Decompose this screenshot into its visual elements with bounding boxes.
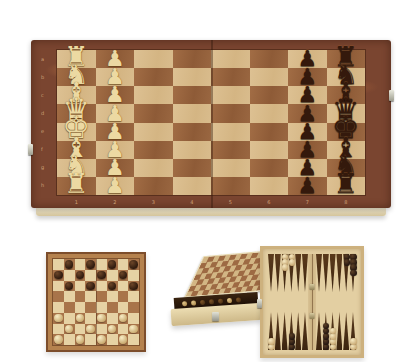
coordinate-label: g: [41, 165, 44, 170]
checkers-square: [64, 334, 75, 345]
dark-piece-top: [218, 298, 223, 303]
dark-backgammon-checker: [323, 323, 329, 329]
chess-square: ♟: [96, 68, 135, 86]
clasp-icon: [212, 312, 219, 321]
dark-checker: [119, 271, 127, 279]
coordinate-label: b: [41, 75, 44, 80]
backgammon-bar: [308, 254, 316, 350]
checkers-square: [64, 281, 75, 292]
dark-piece-top: [236, 297, 241, 302]
checkers-square: [85, 281, 96, 292]
black-pawn: ♟: [297, 103, 317, 125]
black-pawn: ♟: [297, 175, 317, 197]
light-backgammon-checker: [268, 338, 274, 344]
checkers-square: [128, 291, 139, 302]
coordinate-label: 1: [75, 200, 78, 205]
chess-square: ♞: [57, 68, 96, 86]
chess-square: [211, 177, 250, 195]
chess-square: ♜: [327, 177, 366, 195]
black-pawn: ♟: [297, 66, 317, 88]
coordinate-label: f: [41, 147, 44, 152]
dark-backgammon-checker: [323, 333, 329, 339]
chess-square: [173, 177, 212, 195]
dark-checker: [86, 260, 94, 268]
chess-square: [250, 50, 289, 68]
checkers-square: [107, 313, 118, 324]
checkers-square: [64, 324, 75, 335]
light-checker: [54, 335, 62, 343]
backgammon-point: [275, 254, 281, 292]
checkers-square: [107, 291, 118, 302]
checkers-square: [96, 270, 107, 281]
coordinate-label: 5: [229, 200, 232, 205]
white-rook: ♜: [64, 43, 88, 70]
light-piece-top: [182, 301, 187, 306]
chess-square: [211, 86, 250, 104]
chess-square: [250, 159, 289, 177]
chess-square: [134, 68, 173, 86]
coordinate-label: a: [41, 57, 44, 62]
dark-checker: [65, 260, 73, 268]
clasp-icon: [257, 299, 262, 308]
checkers-square: [75, 259, 86, 270]
checkers-square: [85, 334, 96, 345]
checkers-square: [53, 270, 64, 281]
chess-square: ♟: [288, 86, 327, 104]
chess-square: ♚: [327, 123, 366, 141]
dark-checker: [108, 260, 116, 268]
checkers-square: [75, 324, 86, 335]
light-piece-top: [191, 300, 196, 305]
dark-checker: [108, 282, 116, 290]
light-checker: [54, 314, 62, 322]
backgammon-board-frame: [260, 246, 364, 358]
checkers-square: [118, 324, 129, 335]
checkers-square: [75, 281, 86, 292]
light-checker: [65, 325, 73, 333]
backgammon-point: [316, 254, 322, 292]
black-rook: ♜: [334, 43, 358, 70]
chess-square: ♟: [288, 104, 327, 122]
chess-square: ♟: [288, 141, 327, 159]
chess-square: [134, 50, 173, 68]
coordinate-label: 4: [190, 200, 193, 205]
dark-checker: [65, 282, 73, 290]
checkers-square: [107, 324, 118, 335]
coordinate-label: 2: [113, 200, 116, 205]
checkers-square: [118, 334, 129, 345]
dark-checker: [129, 260, 137, 268]
chess-square: ♟: [96, 177, 135, 195]
backgammon-point: [323, 254, 329, 292]
checkers-square: [118, 281, 129, 292]
backgammon-half-right: [316, 254, 356, 350]
light-checker: [86, 325, 94, 333]
backgammon-half-left: [268, 254, 308, 350]
chess-square: [250, 141, 289, 159]
checkers-square: [85, 313, 96, 324]
light-checker: [97, 314, 105, 322]
checkers-square: [128, 313, 139, 324]
light-checker: [119, 335, 127, 343]
checkers-square: [118, 313, 129, 324]
light-checker: [97, 335, 105, 343]
chess-board-frame: ♜♟♟♜♞♟♟♞♝♟♟♝♛♟♟♛♚♟♟♚♝♟♟♝♞♟♟♞♜♟♟♜ 1234567…: [31, 40, 391, 208]
dark-checker: [76, 271, 84, 279]
chess-square: [250, 86, 289, 104]
black-pawn: ♟: [297, 157, 317, 179]
checkers-square: [107, 259, 118, 270]
dark-checker: [129, 282, 137, 290]
coordinate-label: h: [41, 183, 44, 188]
light-checker: [119, 314, 127, 322]
chess-square: [211, 68, 250, 86]
chess-square: [173, 104, 212, 122]
chess-square: [250, 68, 289, 86]
backgammon-point: [316, 312, 322, 350]
checkers-board-frame: [46, 252, 146, 352]
light-checker: [76, 314, 84, 322]
rank-coordinates: 12345678: [57, 200, 365, 205]
checkers-square: [64, 302, 75, 313]
checkers-square: [53, 281, 64, 292]
checkers-square: [64, 291, 75, 302]
chess-square: [134, 123, 173, 141]
backgammon-point: [282, 312, 288, 350]
chess-square: [250, 104, 289, 122]
backgammon-point: [275, 312, 281, 350]
checkers-square: [75, 291, 86, 302]
dark-backgammon-checker: [344, 259, 350, 265]
backgammon-quadrant: [268, 312, 308, 350]
chess-square: ♞: [327, 159, 366, 177]
chess-square: ♜: [327, 50, 366, 68]
chess-square: [134, 86, 173, 104]
chess-square: ♟: [96, 123, 135, 141]
backgammon-point: [336, 254, 342, 292]
checkers-square: [118, 291, 129, 302]
chess-square: ♛: [57, 104, 96, 122]
backgammon-point: [343, 312, 349, 350]
chess-square: ♜: [57, 177, 96, 195]
checkers-square: [75, 302, 86, 313]
chess-square: [211, 141, 250, 159]
light-checker: [76, 335, 84, 343]
hinge-icon: [310, 313, 315, 319]
checkers-square: [53, 324, 64, 335]
chess-square: [134, 177, 173, 195]
checkers-square: [128, 334, 139, 345]
chess-square: [134, 159, 173, 177]
checkers-square: [64, 313, 75, 324]
white-pawn: ♟: [105, 66, 125, 88]
checkers-square: [96, 313, 107, 324]
checkers-square: [64, 259, 75, 270]
black-pawn: ♟: [297, 139, 317, 161]
white-pawn: ♟: [105, 139, 125, 161]
checkers-square: [128, 324, 139, 335]
light-piece-top: [227, 297, 232, 302]
white-pawn: ♟: [105, 103, 125, 125]
coordinate-label: 6: [267, 200, 270, 205]
chess-square: ♝: [327, 86, 366, 104]
chess-square: [173, 123, 212, 141]
checkers-square: [128, 281, 139, 292]
checkers-square: [53, 334, 64, 345]
board-fold-seam: [211, 40, 213, 208]
chess-square: ♛: [327, 104, 366, 122]
dark-backgammon-checker: [350, 270, 356, 276]
checkers-square: [53, 302, 64, 313]
backgammon-point: [330, 254, 336, 292]
backgammon-quadrant: [316, 254, 356, 292]
dark-checker: [54, 271, 62, 279]
checkers-square: [107, 281, 118, 292]
checkers-square: [85, 324, 96, 335]
chess-square: ♟: [96, 141, 135, 159]
black-pawn: ♟: [297, 84, 317, 106]
checkers-square: [96, 334, 107, 345]
checkers-square: [107, 302, 118, 313]
checkers-square: [75, 270, 86, 281]
checkers-square: [75, 313, 86, 324]
hinge-icon: [389, 90, 394, 101]
chess-square: ♞: [57, 159, 96, 177]
white-pawn: ♟: [105, 175, 125, 197]
dark-piece-top: [200, 299, 205, 304]
light-backgammon-checker: [282, 264, 288, 270]
light-backgammon-checker: [330, 333, 336, 339]
checkers-square: [128, 270, 139, 281]
checkers-square: [118, 270, 129, 281]
white-pawn: ♟: [105, 48, 125, 70]
white-pawn: ♟: [105, 121, 125, 143]
chess-square: [134, 141, 173, 159]
chess-square: ♟: [96, 86, 135, 104]
checkers-square: [96, 291, 107, 302]
black-pawn: ♟: [297, 121, 317, 143]
backgammon-board: [268, 254, 356, 350]
chess-square: ♟: [96, 104, 135, 122]
chess-square: ♚: [57, 123, 96, 141]
dark-checker: [97, 271, 105, 279]
file-coordinates: abcdefgh: [41, 50, 44, 195]
checkers-board-photo: [46, 252, 146, 352]
chess-square: [211, 104, 250, 122]
dark-checker: [86, 282, 94, 290]
black-pawn: ♟: [297, 48, 317, 70]
coordinate-label: 3: [152, 200, 155, 205]
chess-square: ♝: [327, 141, 366, 159]
chess-square: [173, 50, 212, 68]
chess-square: [211, 50, 250, 68]
light-backgammon-checker: [350, 338, 356, 344]
backgammon-point: [295, 312, 301, 350]
checkers-square: [118, 302, 129, 313]
hinge-icon: [310, 284, 315, 290]
board-side-edge: [36, 208, 386, 216]
dark-backgammon-checker: [289, 333, 295, 339]
backgammon-point: [268, 254, 274, 292]
checkers-square: [64, 270, 75, 281]
clasp-icon: [28, 144, 33, 155]
coordinate-label: c: [41, 93, 44, 98]
chess-square: ♟: [288, 68, 327, 86]
checkers-square: [128, 259, 139, 270]
checkers-square: [96, 324, 107, 335]
checkers-square: [85, 259, 96, 270]
checkers-square: [128, 302, 139, 313]
chess-square: [211, 159, 250, 177]
chess-square: ♟: [288, 123, 327, 141]
chess-square: ♝: [57, 141, 96, 159]
light-backgammon-checker: [289, 259, 295, 265]
chess-square: [250, 123, 289, 141]
checkers-square: [118, 259, 129, 270]
chess-square: [173, 68, 212, 86]
checkers-square: [96, 281, 107, 292]
checkers-square: [53, 259, 64, 270]
checkers-fold-seam: [96, 259, 97, 345]
chess-square: [173, 86, 212, 104]
checkers-square: [75, 334, 86, 345]
chess-square: ♟: [288, 50, 327, 68]
chess-square: [250, 177, 289, 195]
checkers-square: [96, 302, 107, 313]
chess-square: ♟: [96, 50, 135, 68]
chess-square: ♟: [288, 159, 327, 177]
coordinate-label: d: [41, 111, 44, 116]
checkers-square: [96, 259, 107, 270]
chess-square: [134, 104, 173, 122]
backgammon-quadrant: [316, 312, 356, 350]
chess-square: ♜: [57, 50, 96, 68]
checkers-square: [107, 270, 118, 281]
white-pawn: ♟: [105, 84, 125, 106]
chess-square: [173, 141, 212, 159]
checkers-square: [85, 270, 96, 281]
chess-square: [211, 123, 250, 141]
chess-square: ♞: [327, 68, 366, 86]
chess-board-photo: ♜♟♟♜♞♟♟♞♝♟♟♝♛♟♟♛♚♟♟♚♝♟♟♝♞♟♟♞♜♟♟♜ 1234567…: [31, 40, 391, 216]
coordinate-label: e: [41, 129, 44, 134]
backgammon-quadrant: [268, 254, 308, 292]
dark-piece-top: [209, 299, 214, 304]
backgammon-board-photo: [260, 246, 364, 358]
checkers-square: [85, 291, 96, 302]
white-pawn: ♟: [105, 157, 125, 179]
chess-square: [173, 159, 212, 177]
backgammon-point: [336, 312, 342, 350]
chess-square: ♟: [96, 159, 135, 177]
light-checker: [108, 325, 116, 333]
checkers-square: [107, 334, 118, 345]
folded-box-photo: [168, 258, 268, 352]
backgammon-point: [295, 254, 301, 292]
checkers-square: [53, 313, 64, 324]
checkers-square: [53, 291, 64, 302]
checkers-square: [85, 302, 96, 313]
light-checker: [129, 325, 137, 333]
chess-square: ♟: [288, 177, 327, 195]
coordinate-label: 8: [344, 200, 347, 205]
coordinate-label: 7: [306, 200, 309, 205]
chess-square: ♝: [57, 86, 96, 104]
